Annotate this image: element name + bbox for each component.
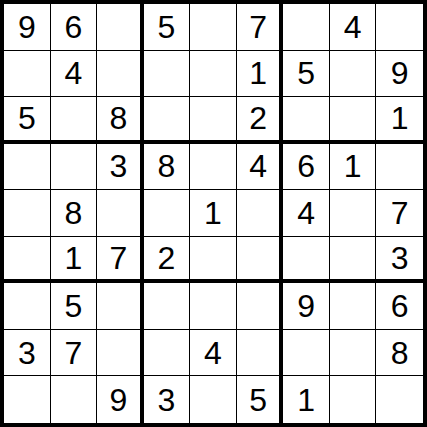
cell-r5c7[interactable]: 4 — [283, 190, 330, 237]
cell-r1c4[interactable]: 5 — [144, 4, 191, 51]
cell-r8c8[interactable] — [330, 330, 377, 377]
cell-r4c2[interactable] — [51, 144, 98, 191]
cell-r2c1[interactable] — [4, 51, 51, 98]
cell-r9c2[interactable] — [51, 376, 98, 423]
cell-r5c8[interactable] — [330, 190, 377, 237]
cell-r9c5[interactable] — [190, 376, 237, 423]
cell-r3c2[interactable] — [51, 97, 98, 144]
cell-r8c6[interactable] — [237, 330, 284, 377]
cell-r1c6[interactable]: 7 — [237, 4, 284, 51]
cell-r4c9[interactable] — [376, 144, 423, 191]
cell-r8c3[interactable] — [97, 330, 144, 377]
cell-r8c5[interactable]: 4 — [190, 330, 237, 377]
cell-r5c3[interactable] — [97, 190, 144, 237]
cell-r7c4[interactable] — [144, 283, 191, 330]
cell-r7c8[interactable] — [330, 283, 377, 330]
cell-r4c4[interactable]: 8 — [144, 144, 191, 191]
cell-r8c2[interactable]: 7 — [51, 330, 98, 377]
cell-r2c3[interactable] — [97, 51, 144, 98]
cell-r1c8[interactable]: 4 — [330, 4, 377, 51]
cell-r3c9[interactable]: 1 — [376, 97, 423, 144]
cell-r8c1[interactable]: 3 — [4, 330, 51, 377]
cell-r4c7[interactable]: 6 — [283, 144, 330, 191]
cell-r8c7[interactable] — [283, 330, 330, 377]
cell-r2c7[interactable]: 5 — [283, 51, 330, 98]
cell-r2c8[interactable] — [330, 51, 377, 98]
cell-r2c2[interactable]: 4 — [51, 51, 98, 98]
cell-r3c6[interactable]: 2 — [237, 97, 284, 144]
cell-r3c1[interactable]: 5 — [4, 97, 51, 144]
cell-r9c9[interactable] — [376, 376, 423, 423]
cell-r9c3[interactable]: 9 — [97, 376, 144, 423]
cell-r2c9[interactable]: 9 — [376, 51, 423, 98]
cell-r1c2[interactable]: 6 — [51, 4, 98, 51]
cell-r5c6[interactable] — [237, 190, 284, 237]
cell-r6c6[interactable] — [237, 237, 284, 284]
cell-r8c4[interactable] — [144, 330, 191, 377]
cell-r1c7[interactable] — [283, 4, 330, 51]
cell-r4c8[interactable]: 1 — [330, 144, 377, 191]
cell-r5c9[interactable]: 7 — [376, 190, 423, 237]
cell-r7c7[interactable]: 9 — [283, 283, 330, 330]
cell-r3c5[interactable] — [190, 97, 237, 144]
cell-r9c7[interactable]: 1 — [283, 376, 330, 423]
cell-r4c5[interactable] — [190, 144, 237, 191]
cell-r9c8[interactable] — [330, 376, 377, 423]
cell-r2c5[interactable] — [190, 51, 237, 98]
cell-r7c9[interactable]: 6 — [376, 283, 423, 330]
cell-r5c1[interactable] — [4, 190, 51, 237]
cell-r3c4[interactable] — [144, 97, 191, 144]
cell-r6c7[interactable] — [283, 237, 330, 284]
cell-r2c4[interactable] — [144, 51, 191, 98]
cell-r9c1[interactable] — [4, 376, 51, 423]
cell-r7c2[interactable]: 5 — [51, 283, 98, 330]
cell-r1c5[interactable] — [190, 4, 237, 51]
cell-r5c5[interactable]: 1 — [190, 190, 237, 237]
cell-r7c3[interactable] — [97, 283, 144, 330]
cell-r4c6[interactable]: 4 — [237, 144, 284, 191]
cell-r6c2[interactable]: 1 — [51, 237, 98, 284]
cell-r7c1[interactable] — [4, 283, 51, 330]
cell-r1c3[interactable] — [97, 4, 144, 51]
cell-r6c5[interactable] — [190, 237, 237, 284]
cell-r9c6[interactable]: 5 — [237, 376, 284, 423]
cell-r6c9[interactable]: 3 — [376, 237, 423, 284]
cell-r1c1[interactable]: 9 — [4, 4, 51, 51]
cell-r8c9[interactable]: 8 — [376, 330, 423, 377]
cell-r6c3[interactable]: 7 — [97, 237, 144, 284]
cell-r6c4[interactable]: 2 — [144, 237, 191, 284]
cell-r5c4[interactable] — [144, 190, 191, 237]
cell-r7c5[interactable] — [190, 283, 237, 330]
cell-r3c8[interactable] — [330, 97, 377, 144]
cell-r3c3[interactable]: 8 — [97, 97, 144, 144]
cell-r5c2[interactable]: 8 — [51, 190, 98, 237]
cell-r4c3[interactable]: 3 — [97, 144, 144, 191]
cell-r7c6[interactable] — [237, 283, 284, 330]
cell-r2c6[interactable]: 1 — [237, 51, 284, 98]
cell-r9c4[interactable]: 3 — [144, 376, 191, 423]
cell-r4c1[interactable] — [4, 144, 51, 191]
sudoku-board: 9657441595821384618147172359637489351 — [0, 0, 427, 427]
cell-r6c8[interactable] — [330, 237, 377, 284]
cell-r1c9[interactable] — [376, 4, 423, 51]
cell-r3c7[interactable] — [283, 97, 330, 144]
cell-r6c1[interactable] — [4, 237, 51, 284]
